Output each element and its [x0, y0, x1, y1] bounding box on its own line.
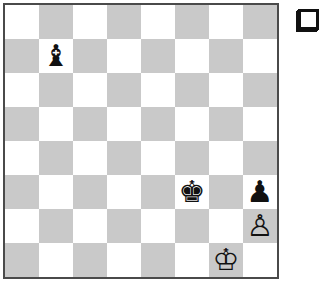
square-e1[interactable] — [141, 243, 175, 277]
square-b2[interactable] — [39, 209, 73, 243]
square-h7[interactable] — [243, 39, 277, 73]
square-b1[interactable] — [39, 243, 73, 277]
square-h6[interactable] — [243, 73, 277, 107]
square-c3[interactable] — [73, 175, 107, 209]
square-f6[interactable] — [175, 73, 209, 107]
square-f3[interactable]: ♚ — [175, 175, 209, 209]
square-g3[interactable] — [209, 175, 243, 209]
square-d1[interactable] — [107, 243, 141, 277]
square-f7[interactable] — [175, 39, 209, 73]
square-d6[interactable] — [107, 73, 141, 107]
square-e8[interactable] — [141, 5, 175, 39]
square-e3[interactable] — [141, 175, 175, 209]
square-b8[interactable] — [39, 5, 73, 39]
square-a8[interactable] — [5, 5, 39, 39]
square-a2[interactable] — [5, 209, 39, 243]
square-b3[interactable] — [39, 175, 73, 209]
square-e7[interactable] — [141, 39, 175, 73]
square-b6[interactable] — [39, 73, 73, 107]
black-pawn: ♟ — [247, 175, 274, 209]
square-g5[interactable] — [209, 107, 243, 141]
square-c2[interactable] — [73, 209, 107, 243]
square-h1[interactable] — [243, 243, 277, 277]
square-h2[interactable]: ♙ — [243, 209, 277, 243]
square-c7[interactable] — [73, 39, 107, 73]
square-c1[interactable] — [73, 243, 107, 277]
square-g2[interactable] — [209, 209, 243, 243]
square-d7[interactable] — [107, 39, 141, 73]
black-bishop: ♝ — [43, 39, 70, 73]
square-g8[interactable] — [209, 5, 243, 39]
square-f4[interactable] — [175, 141, 209, 175]
square-f8[interactable] — [175, 5, 209, 39]
square-b5[interactable] — [39, 107, 73, 141]
square-h4[interactable] — [243, 141, 277, 175]
square-a1[interactable] — [5, 243, 39, 277]
square-d4[interactable] — [107, 141, 141, 175]
square-a6[interactable] — [5, 73, 39, 107]
square-g4[interactable] — [209, 141, 243, 175]
square-a3[interactable] — [5, 175, 39, 209]
square-b4[interactable] — [39, 141, 73, 175]
chess-diagram: ♝♚♟♙♔ — [0, 0, 328, 285]
black-king: ♚ — [179, 175, 206, 209]
square-a4[interactable] — [5, 141, 39, 175]
square-e6[interactable] — [141, 73, 175, 107]
chess-board: ♝♚♟♙♔ — [3, 3, 279, 279]
square-e5[interactable] — [141, 107, 175, 141]
white-to-move-icon — [298, 9, 319, 30]
square-a7[interactable] — [5, 39, 39, 73]
square-d3[interactable] — [107, 175, 141, 209]
square-f1[interactable] — [175, 243, 209, 277]
square-a5[interactable] — [5, 107, 39, 141]
square-d2[interactable] — [107, 209, 141, 243]
square-d8[interactable] — [107, 5, 141, 39]
square-h5[interactable] — [243, 107, 277, 141]
square-f5[interactable] — [175, 107, 209, 141]
white-king: ♔ — [213, 243, 240, 277]
square-e2[interactable] — [141, 209, 175, 243]
square-c6[interactable] — [73, 73, 107, 107]
square-c4[interactable] — [73, 141, 107, 175]
square-e4[interactable] — [141, 141, 175, 175]
square-g1[interactable]: ♔ — [209, 243, 243, 277]
square-h3[interactable]: ♟ — [243, 175, 277, 209]
square-h8[interactable] — [243, 5, 277, 39]
square-c5[interactable] — [73, 107, 107, 141]
square-g7[interactable] — [209, 39, 243, 73]
square-d5[interactable] — [107, 107, 141, 141]
white-pawn: ♙ — [247, 209, 274, 243]
square-g6[interactable] — [209, 73, 243, 107]
square-c8[interactable] — [73, 5, 107, 39]
square-f2[interactable] — [175, 209, 209, 243]
square-b7[interactable]: ♝ — [39, 39, 73, 73]
